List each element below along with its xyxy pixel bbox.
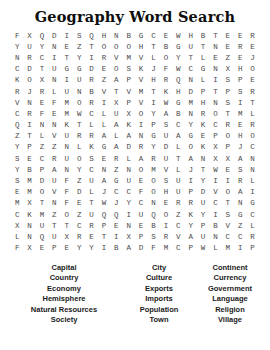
- grid-cell-r9c5: K: [61, 120, 73, 131]
- grid-cell-r7c16: H: [197, 97, 209, 108]
- grid-cell-r6c1: R: [11, 86, 23, 97]
- grid-cell-r2c5: E: [61, 41, 73, 52]
- word-item: Culture: [123, 273, 195, 284]
- grid-cell-r5c11: V: [135, 75, 147, 86]
- grid-cell-r8c6: W: [73, 108, 85, 119]
- grid-cell-r6c7: B: [85, 86, 97, 97]
- grid-cell-r8c15: N: [184, 108, 196, 119]
- grid-cell-r6c15: D: [184, 86, 196, 97]
- grid-cell-r18c8: P: [98, 220, 110, 231]
- grid-cell-r2c20: E: [246, 41, 258, 52]
- grid-cell-r7c13: W: [160, 97, 172, 108]
- grid-cell-r14c8: A: [98, 175, 110, 186]
- grid-cell-r8c17: O: [209, 108, 221, 119]
- grid-cell-r7c2: N: [23, 97, 35, 108]
- grid-cell-r10c17: P: [209, 131, 221, 142]
- grid-cell-r2c8: O: [98, 41, 110, 52]
- grid-cell-r20c5: E: [61, 243, 73, 254]
- grid-cell-r13c18: E: [222, 164, 234, 175]
- grid-cell-r2c3: Y: [36, 41, 48, 52]
- grid-cell-r12c19: A: [234, 153, 246, 164]
- grid-cell-r10c12: G: [147, 131, 159, 142]
- grid-cell-r12c11: A: [135, 153, 147, 164]
- grid-cell-r19c8: T: [98, 231, 110, 242]
- grid-cell-r18c10: N: [123, 220, 135, 231]
- grid-cell-r5c19: P: [234, 75, 246, 86]
- grid-cell-r10c10: A: [123, 131, 135, 142]
- grid-cell-r16c15: R: [184, 198, 196, 209]
- grid-cell-r1c7: Q: [85, 30, 97, 41]
- grid-cell-r20c20: P: [246, 243, 258, 254]
- grid-cell-r10c8: A: [98, 131, 110, 142]
- grid-cell-r4c13: F: [160, 64, 172, 75]
- word-item: Continent: [195, 263, 265, 274]
- grid-cell-r7c4: F: [48, 97, 60, 108]
- grid-cell-r19c12: S: [147, 231, 159, 242]
- grid-cell-r1c2: X: [23, 30, 35, 41]
- grid-cell-r17c5: O: [61, 209, 73, 220]
- word-item: Capital: [5, 263, 123, 274]
- grid-cell-r5c12: H: [147, 75, 159, 86]
- grid-cell-r20c13: M: [160, 243, 172, 254]
- grid-cell-r3c3: C: [36, 52, 48, 63]
- grid-cell-r19c5: X: [61, 231, 73, 242]
- grid-cell-r5c7: R: [85, 75, 97, 86]
- grid-cell-r12c7: S: [85, 153, 97, 164]
- grid-cell-r18c16: P: [197, 220, 209, 231]
- grid-cell-r6c17: T: [209, 86, 221, 97]
- grid-cell-r17c8: Q: [98, 209, 110, 220]
- grid-cell-r19c14: V: [172, 231, 184, 242]
- grid-cell-r12c6: O: [73, 153, 85, 164]
- grid-cell-r15c17: V: [209, 187, 221, 198]
- grid-cell-r7c1: V: [11, 97, 23, 108]
- grid-cell-r1c9: N: [110, 30, 122, 41]
- grid-cell-r13c9: Z: [110, 164, 122, 175]
- grid-cell-r17c18: S: [222, 209, 234, 220]
- grid-cell-r9c7: L: [85, 120, 97, 131]
- grid-cell-r12c5: U: [61, 153, 73, 164]
- grid-cell-r7c14: G: [172, 97, 184, 108]
- grid-cell-r14c11: E: [135, 175, 147, 186]
- grid-cell-r20c12: F: [147, 243, 159, 254]
- grid-cell-r8c1: C: [11, 108, 23, 119]
- grid-cell-r5c8: Z: [98, 75, 110, 86]
- grid-cell-r17c19: G: [234, 209, 246, 220]
- word-item: Language: [195, 294, 265, 305]
- grid-cell-r17c3: M: [36, 209, 48, 220]
- grid-cell-r15c13: H: [160, 187, 172, 198]
- grid-cell-r13c15: J: [184, 164, 196, 175]
- grid-cell-r16c14: R: [172, 198, 184, 209]
- grid-cell-r7c15: M: [184, 97, 196, 108]
- grid-cell-r18c11: E: [135, 220, 147, 231]
- grid-cell-r7c11: V: [135, 97, 147, 108]
- grid-cell-r13c17: W: [209, 164, 221, 175]
- grid-cell-r16c7: T: [85, 198, 97, 209]
- grid-cell-r5c5: I: [61, 75, 73, 86]
- grid-cell-r14c9: G: [110, 175, 122, 186]
- grid-cell-r3c13: O: [160, 52, 172, 63]
- grid-cell-r1c4: D: [48, 30, 60, 41]
- grid-cell-r5c18: S: [222, 75, 234, 86]
- grid-cell-r3c19: E: [234, 52, 246, 63]
- grid-cell-r12c1: S: [11, 153, 23, 164]
- word-list-column-2: CityCultureExportsImportsPopulationTown: [123, 263, 195, 326]
- grid-cell-r3c9: V: [110, 52, 122, 63]
- grid-cell-r3c8: R: [98, 52, 110, 63]
- grid-cell-r10c14: A: [172, 131, 184, 142]
- word-item: Imports: [123, 294, 195, 305]
- grid-cell-r5c16: L: [197, 75, 209, 86]
- grid-cell-r8c7: C: [85, 108, 97, 119]
- grid-cell-r20c11: D: [135, 243, 147, 254]
- grid-cell-r2c13: B: [160, 41, 172, 52]
- grid-cell-r15c4: V: [48, 187, 60, 198]
- grid-cell-r13c6: Y: [73, 164, 85, 175]
- grid-cell-r13c13: V: [160, 164, 172, 175]
- word-list-column-1: CapitalCountryEconomyHemisphereNatural R…: [5, 263, 123, 326]
- grid-cell-r12c17: X: [209, 153, 221, 164]
- grid-cell-r4c18: X: [222, 64, 234, 75]
- grid-cell-r12c8: E: [98, 153, 110, 164]
- grid-cell-r13c14: L: [172, 164, 184, 175]
- grid-cell-r18c14: C: [172, 220, 184, 231]
- grid-cell-r20c17: L: [209, 243, 221, 254]
- grid-cell-r11c15: O: [184, 142, 196, 153]
- grid-cell-r20c2: X: [23, 243, 35, 254]
- grid-cell-r19c16: U: [197, 231, 209, 242]
- grid-cell-r2c16: T: [197, 41, 209, 52]
- grid-cell-r18c7: R: [85, 220, 97, 231]
- grid-cell-r7c5: M: [61, 97, 73, 108]
- grid-cell-r11c12: Y: [147, 142, 159, 153]
- grid-cell-r3c15: T: [184, 52, 196, 63]
- grid-cell-r16c12: N: [147, 198, 159, 209]
- grid-cell-r11c16: K: [197, 142, 209, 153]
- grid-cell-r4c1: C: [11, 64, 23, 75]
- grid-cell-r2c12: T: [147, 41, 159, 52]
- grid-cell-r18c19: Z: [234, 220, 246, 231]
- grid-cell-r4c15: C: [184, 64, 196, 75]
- grid-cell-r16c4: N: [48, 198, 60, 209]
- grid-cell-r8c16: R: [197, 108, 209, 119]
- grid-cell-r19c20: R: [246, 231, 258, 242]
- grid-cell-r4c14: W: [172, 64, 184, 75]
- grid-cell-r11c14: L: [172, 142, 184, 153]
- grid-cell-r15c15: P: [184, 187, 196, 198]
- grid-cell-r18c5: T: [61, 220, 73, 231]
- grid-cell-r13c2: B: [23, 164, 35, 175]
- grid-cell-r11c5: N: [61, 142, 73, 153]
- grid-cell-r15c2: M: [23, 187, 35, 198]
- grid-cell-r17c4: Z: [48, 209, 60, 220]
- word-list: CapitalCountryEconomyHemisphereNatural R…: [0, 254, 270, 326]
- grid-cell-r17c17: I: [209, 209, 221, 220]
- grid-cell-r2c17: N: [209, 41, 221, 52]
- grid-cell-r9c13: S: [160, 120, 172, 131]
- grid-cell-r19c19: C: [234, 231, 246, 242]
- grid-cell-r14c5: F: [61, 175, 73, 186]
- grid-cell-r16c16: U: [197, 198, 209, 209]
- word-list-column-3: ContinentCurrencyGovernmentLanguageRelig…: [195, 263, 265, 326]
- grid-cell-r20c19: I: [234, 243, 246, 254]
- grid-cell-r9c17: C: [209, 120, 221, 131]
- grid-cell-r14c2: M: [23, 175, 35, 186]
- grid-cell-r10c5: U: [61, 131, 73, 142]
- grid-cell-r18c20: L: [246, 220, 258, 231]
- grid-cell-r13c1: Y: [11, 164, 23, 175]
- worksheet: Geography Word Search FXQDISQHNBGCEWHBTE…: [0, 0, 270, 350]
- grid-cell-r13c5: N: [61, 164, 73, 175]
- grid-cell-r16c9: J: [110, 198, 122, 209]
- grid-cell-r13c12: M: [147, 164, 159, 175]
- grid-cell-r17c12: Q: [147, 209, 159, 220]
- grid-cell-r3c17: E: [209, 52, 221, 63]
- grid-cell-r5c15: N: [184, 75, 196, 86]
- grid-cell-r14c3: D: [36, 175, 48, 186]
- grid-cell-r4c3: T: [36, 64, 48, 75]
- word-item: Natural Resources: [5, 305, 123, 316]
- grid-cell-r20c9: B: [110, 243, 122, 254]
- grid-cell-r6c18: P: [222, 86, 234, 97]
- grid-cell-r8c10: X: [123, 108, 135, 119]
- grid-cell-r9c15: Y: [184, 120, 196, 131]
- grid-cell-r20c3: E: [36, 243, 48, 254]
- grid-cell-r5c4: N: [48, 75, 60, 86]
- grid-cell-r11c3: Z: [36, 142, 48, 153]
- grid-cell-r6c20: R: [246, 86, 258, 97]
- grid-cell-r14c10: U: [123, 175, 135, 186]
- grid-cell-r9c3: N: [36, 120, 48, 131]
- grid-cell-r14c12: O: [147, 175, 159, 186]
- grid-cell-r2c15: U: [184, 41, 196, 52]
- grid-cell-r8c11: O: [135, 108, 147, 119]
- grid-cell-r9c4: N: [48, 120, 60, 131]
- grid-cell-r8c4: E: [48, 108, 60, 119]
- grid-cell-r15c7: L: [85, 187, 97, 198]
- grid-cell-r9c19: E: [234, 120, 246, 131]
- grid-cell-r12c13: U: [160, 153, 172, 164]
- grid-cell-r10c9: L: [110, 131, 122, 142]
- grid-cell-r17c10: I: [123, 209, 135, 220]
- grid-cell-r11c10: D: [123, 142, 135, 153]
- grid-cell-r18c17: B: [209, 220, 221, 231]
- grid-cell-r20c1: F: [11, 243, 23, 254]
- grid-cell-r14c15: I: [184, 175, 196, 186]
- grid-cell-r15c1: E: [11, 187, 23, 198]
- grid-cell-r3c16: L: [197, 52, 209, 63]
- grid-cell-r4c4: U: [48, 64, 60, 75]
- grid-cell-r1c1: F: [11, 30, 23, 41]
- grid-cell-r17c1: C: [11, 209, 23, 220]
- grid-cell-r19c17: N: [209, 231, 221, 242]
- grid-cell-r16c1: M: [11, 198, 23, 209]
- grid-cell-r4c19: H: [234, 64, 246, 75]
- grid-cell-r15c3: O: [36, 187, 48, 198]
- grid-cell-r20c7: Y: [85, 243, 97, 254]
- grid-cell-r13c19: S: [234, 164, 246, 175]
- grid-cell-r1c6: S: [73, 30, 85, 41]
- grid-cell-r7c9: X: [110, 97, 122, 108]
- grid-cell-r20c6: Y: [73, 243, 85, 254]
- grid-cell-r16c2: X: [23, 198, 35, 209]
- grid-cell-r9c14: C: [172, 120, 184, 131]
- grid-cell-r15c16: D: [197, 187, 209, 198]
- grid-cell-r3c1: N: [11, 52, 23, 63]
- grid-cell-r19c4: U: [48, 231, 60, 242]
- grid-cell-r13c8: N: [98, 164, 110, 175]
- grid-cell-r11c2: P: [23, 142, 35, 153]
- word-item: Country: [5, 273, 123, 284]
- grid-cell-r5c9: A: [110, 75, 122, 86]
- grid-cell-r2c11: H: [135, 41, 147, 52]
- grid-cell-r17c7: U: [85, 209, 97, 220]
- grid-cell-r14c1: S: [11, 175, 23, 186]
- grid-cell-r4c8: E: [98, 64, 110, 75]
- grid-cell-r14c13: S: [160, 175, 172, 186]
- grid-cell-r18c18: V: [222, 220, 234, 231]
- grid-cell-r6c6: N: [73, 86, 85, 97]
- grid-cell-r9c20: R: [246, 120, 258, 131]
- grid-cell-r3c10: M: [123, 52, 135, 63]
- grid-cell-r20c15: P: [184, 243, 196, 254]
- word-item: Exports: [123, 284, 195, 295]
- grid-cell-r16c20: G: [246, 198, 258, 209]
- grid-cell-r6c2: J: [23, 86, 35, 97]
- grid-cell-r17c11: U: [135, 209, 147, 220]
- grid-cell-r19c7: E: [85, 231, 97, 242]
- grid-cell-r5c1: K: [11, 75, 23, 86]
- grid-cell-r17c16: Y: [197, 209, 209, 220]
- grid-cell-r5c2: O: [23, 75, 35, 86]
- grid-cell-r9c16: K: [197, 120, 209, 131]
- grid-cell-r11c6: L: [73, 142, 85, 153]
- grid-cell-r19c10: X: [123, 231, 135, 242]
- grid-cell-r12c15: A: [184, 153, 196, 164]
- grid-cell-r2c9: O: [110, 41, 122, 52]
- grid-cell-r1c5: I: [61, 30, 73, 41]
- grid-cell-r9c2: I: [23, 120, 35, 131]
- grid-cell-r4c2: D: [23, 64, 35, 75]
- grid-cell-r15c18: O: [222, 187, 234, 198]
- grid-cell-r14c20: L: [246, 175, 258, 186]
- grid-cell-r2c1: Y: [11, 41, 23, 52]
- grid-cell-r6c19: S: [234, 86, 246, 97]
- grid-cell-r16c13: E: [160, 198, 172, 209]
- grid-cell-r15c10: C: [123, 187, 135, 198]
- grid-cell-r18c4: T: [48, 220, 60, 231]
- grid-cell-r4c7: D: [85, 64, 97, 75]
- grid-cell-r9c9: A: [110, 120, 122, 131]
- word-item: Economy: [5, 284, 123, 295]
- word-item: Currency: [195, 273, 265, 284]
- grid-cell-r12c14: T: [172, 153, 184, 164]
- grid-cell-r5c13: R: [160, 75, 172, 86]
- word-item: Government: [195, 284, 265, 295]
- grid-cell-r18c2: N: [23, 220, 35, 231]
- grid-cell-r6c13: K: [160, 86, 172, 97]
- grid-cell-r17c2: K: [23, 209, 35, 220]
- word-item: Religion: [195, 305, 265, 316]
- grid-cell-r17c6: Z: [73, 209, 85, 220]
- grid-cell-r14c6: Z: [73, 175, 85, 186]
- grid-cell-r16c5: F: [61, 198, 73, 209]
- grid-cell-r1c20: R: [246, 30, 258, 41]
- grid-cell-r12c3: C: [36, 153, 48, 164]
- grid-cell-r12c2: E: [23, 153, 35, 164]
- grid-cell-r11c18: P: [222, 142, 234, 153]
- grid-cell-r5c3: X: [36, 75, 48, 86]
- grid-cell-r6c14: H: [172, 86, 184, 97]
- grid-cell-r8c8: L: [98, 108, 110, 119]
- grid-cell-r1c3: Q: [36, 30, 48, 41]
- grid-cell-r16c3: T: [36, 198, 48, 209]
- grid-cell-r5c20: E: [246, 75, 258, 86]
- grid-cell-r8c3: F: [36, 108, 48, 119]
- grid-cell-r20c16: W: [197, 243, 209, 254]
- grid-cell-r9c11: I: [135, 120, 147, 131]
- grid-cell-r10c6: R: [73, 131, 85, 142]
- grid-cell-r3c5: T: [61, 52, 73, 63]
- grid-cell-r16c11: C: [135, 198, 147, 209]
- grid-cell-r2c18: E: [222, 41, 234, 52]
- grid-cell-r13c4: A: [48, 164, 60, 175]
- grid-cell-r2c4: N: [48, 41, 60, 52]
- grid-cell-r4c11: K: [135, 64, 147, 75]
- grid-cell-r8c13: A: [160, 108, 172, 119]
- grid-cell-r7c7: R: [85, 97, 97, 108]
- grid-cell-r6c16: P: [197, 86, 209, 97]
- grid-cell-r1c8: H: [98, 30, 110, 41]
- grid-cell-r14c16: Y: [197, 175, 209, 186]
- grid-cell-r1c19: E: [234, 30, 246, 41]
- grid-cell-r19c3: Q: [36, 231, 48, 242]
- grid-cell-r13c10: N: [123, 164, 135, 175]
- grid-cell-r20c4: P: [48, 243, 60, 254]
- grid-cell-r10c7: R: [85, 131, 97, 142]
- grid-cell-r3c14: Y: [172, 52, 184, 63]
- grid-cell-r10c20: O: [246, 131, 258, 142]
- grid-cell-r1c10: B: [123, 30, 135, 41]
- grid-cell-r17c9: Q: [110, 209, 122, 220]
- grid-cell-r11c8: G: [98, 142, 110, 153]
- grid-cell-r1c16: B: [197, 30, 209, 41]
- grid-cell-r10c11: N: [135, 131, 147, 142]
- grid-cell-r7c17: N: [209, 97, 221, 108]
- grid-cell-r6c8: V: [98, 86, 110, 97]
- grid-cell-r8c20: L: [246, 108, 258, 119]
- grid-cell-r7c12: I: [147, 97, 159, 108]
- grid-cell-r20c14: C: [172, 243, 184, 254]
- grid-cell-r1c14: W: [172, 30, 184, 41]
- grid-cell-r3c18: Z: [222, 52, 234, 63]
- grid-cell-r3c20: J: [246, 52, 258, 63]
- grid-cell-r11c20: C: [246, 142, 258, 153]
- grid-cell-r14c7: U: [85, 175, 97, 186]
- grid-cell-r14c18: I: [222, 175, 234, 186]
- grid-cell-r19c13: R: [160, 231, 172, 242]
- grid-cell-r5c17: I: [209, 75, 221, 86]
- grid-cell-r19c1: L: [11, 231, 23, 242]
- grid-cell-r10c4: V: [48, 131, 60, 142]
- grid-cell-r16c18: T: [222, 198, 234, 209]
- grid-cell-r6c10: V: [123, 86, 135, 97]
- grid-cell-r8c12: Y: [147, 108, 159, 119]
- grid-cell-r13c7: C: [85, 164, 97, 175]
- grid-cell-r11c17: X: [209, 142, 221, 153]
- grid-cell-r9c12: P: [147, 120, 159, 131]
